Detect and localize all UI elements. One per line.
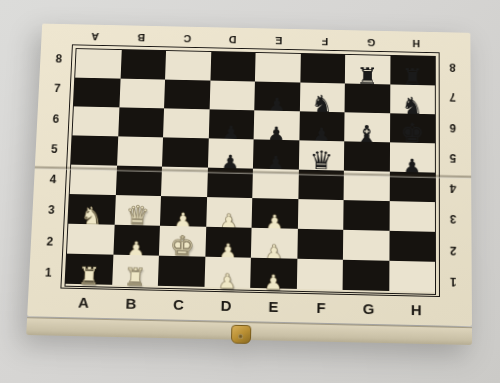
square-a2[interactable] [67, 224, 114, 255]
square-g7[interactable] [345, 83, 390, 113]
file-label-top-g: G [348, 37, 394, 49]
file-label-bottom-a: A [59, 293, 107, 311]
rank-label-right-8: 8 [449, 53, 456, 83]
square-e8[interactable] [255, 53, 300, 83]
square-b5[interactable] [117, 136, 163, 166]
piece-white-pawn[interactable]: ♟ [218, 271, 237, 292]
square-d8[interactable] [210, 52, 256, 82]
square-c8[interactable] [165, 51, 211, 81]
file-label-bottom-b: B [107, 294, 155, 312]
square-g3[interactable] [343, 200, 389, 231]
square-e2[interactable]: ♟ [251, 228, 298, 259]
square-d1[interactable]: ♟ [204, 257, 251, 288]
square-f5[interactable]: ♛ [298, 140, 344, 170]
square-a7[interactable] [74, 78, 120, 108]
square-d2[interactable]: ♟ [205, 227, 252, 258]
file-label-bottom-d: D [202, 297, 250, 315]
square-e5[interactable]: ♟ [253, 139, 299, 169]
square-b3[interactable]: ♛ [114, 195, 161, 226]
rank-label-left-1: 1 [44, 257, 52, 289]
square-h3[interactable] [389, 201, 435, 232]
square-b7[interactable] [119, 79, 165, 109]
square-d6[interactable]: ♟ [208, 109, 254, 139]
square-e3[interactable]: ♟ [252, 198, 298, 229]
rank-label-right-2: 2 [449, 235, 456, 266]
piece-white-pawn[interactable]: ♟ [264, 272, 283, 293]
file-label-top-f: F [302, 36, 348, 48]
rank-label-right-3: 3 [449, 204, 456, 235]
square-d5[interactable]: ♟ [207, 138, 253, 168]
rank-label-left-7: 7 [53, 74, 61, 104]
square-c5[interactable] [162, 137, 208, 167]
square-h7[interactable]: ♞ [390, 84, 435, 114]
square-g5[interactable] [344, 141, 390, 171]
rank-label-left-3: 3 [47, 195, 55, 226]
rank-label-left-8: 8 [55, 44, 63, 74]
file-label-top-d: D [210, 34, 256, 46]
square-h1[interactable] [389, 261, 435, 292]
square-b2[interactable]: ♟ [113, 225, 160, 256]
square-e6[interactable]: ♟ [254, 110, 300, 140]
square-g1[interactable] [343, 260, 389, 291]
piece-white-rook[interactable]: ♜ [123, 265, 146, 290]
file-label-bottom-e: E [250, 298, 298, 316]
rank-label-left-6: 6 [52, 104, 60, 134]
rank-label-left-2: 2 [46, 226, 54, 257]
square-g2[interactable] [343, 230, 389, 261]
square-a8[interactable] [75, 49, 121, 79]
square-f3[interactable] [297, 199, 343, 230]
square-a5[interactable] [71, 135, 118, 165]
file-label-top-b: B [118, 32, 164, 44]
square-d3[interactable]: ♟ [206, 197, 252, 228]
square-b1[interactable]: ♜ [112, 255, 159, 286]
square-g6[interactable]: ♝ [344, 112, 389, 142]
square-c2[interactable]: ♚ [159, 226, 206, 257]
square-f7[interactable]: ♞ [299, 83, 344, 113]
rank-label-left-5: 5 [50, 134, 58, 165]
rank-label-right-6: 6 [449, 112, 456, 142]
square-a6[interactable] [73, 106, 119, 136]
file-label-bottom-h: H [392, 301, 440, 319]
brass-clasp-icon [231, 325, 251, 344]
file-label-bottom-f: F [297, 299, 345, 317]
square-g8[interactable]: ♜ [345, 55, 390, 85]
rank-label-right-1: 1 [450, 266, 457, 298]
rank-label-right-5: 5 [449, 142, 456, 173]
square-h5[interactable]: ♟ [389, 142, 435, 172]
square-f8[interactable] [300, 54, 345, 84]
square-f2[interactable] [297, 229, 343, 260]
square-a1[interactable]: ♜ [66, 254, 113, 285]
square-f6[interactable]: ♟ [299, 111, 345, 141]
chess-board: ABCDEFGH 87654321 ♜♜♟♞♞♟♟♟♝♚♟♟♛♟♞♛♟♟♟♟♚♟… [26, 24, 472, 345]
square-c1[interactable] [158, 256, 205, 287]
file-label-top-c: C [164, 33, 210, 45]
square-d7[interactable] [209, 81, 255, 111]
square-f1[interactable] [296, 259, 343, 290]
file-label-top-e: E [256, 35, 302, 47]
board-top-face: ABCDEFGH 87654321 ♜♜♟♞♞♟♟♟♝♚♟♟♛♟♞♛♟♟♟♟♚♟… [27, 24, 472, 327]
square-b6[interactable] [118, 107, 164, 137]
square-h6[interactable]: ♚ [390, 113, 435, 143]
square-a3[interactable]: ♞ [68, 194, 115, 225]
square-b8[interactable] [120, 50, 166, 80]
square-c7[interactable] [164, 80, 210, 110]
square-h2[interactable] [389, 231, 435, 262]
square-h8[interactable]: ♜ [390, 56, 435, 86]
photo-background: ABCDEFGH 87654321 ♜♜♟♞♞♟♟♟♝♚♟♟♛♟♞♛♟♟♟♟♚♟… [0, 0, 500, 383]
file-label-bottom-g: G [345, 300, 393, 318]
square-c6[interactable] [163, 108, 209, 138]
rank-label-right-7: 7 [449, 82, 456, 112]
file-label-top-h: H [394, 38, 440, 50]
file-label-bottom-c: C [154, 296, 202, 314]
square-e7[interactable]: ♟ [254, 82, 300, 112]
square-c3[interactable]: ♟ [160, 196, 207, 227]
file-label-top-a: A [72, 31, 118, 43]
square-e1[interactable]: ♟ [250, 258, 297, 289]
piece-white-rook[interactable]: ♜ [77, 264, 100, 289]
